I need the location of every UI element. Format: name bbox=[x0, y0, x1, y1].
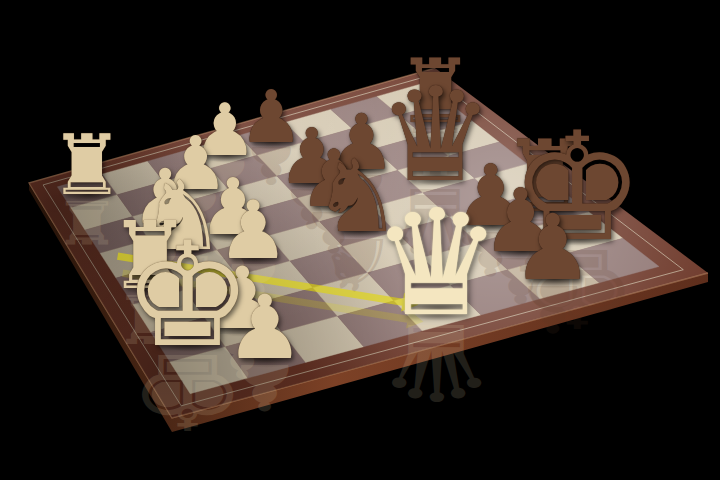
piece-white-rook-a1[interactable]: ♜ bbox=[50, 124, 125, 207]
piece-white-queen-h5[interactable]: ♛ bbox=[371, 190, 502, 337]
pieces-layer: ♜♟♟♟♛♟♟♜♟♜♟♟♞♟♚♞♟♟♟♜♛♟♚♟♜♟♟♟♛♟♟♜♟♜♟♟♞♟♚♞… bbox=[0, 0, 720, 480]
piece-white-pawn-h2[interactable]: ♟ bbox=[225, 284, 304, 372]
piece-black-pawn-h7[interactable]: ♟ bbox=[512, 204, 593, 295]
chessboard-scene: ♜♟♟♟♛♟♟♜♟♜♟♟♞♟♚♞♟♟♟♜♛♟♚♟♜♟♟♟♛♟♟♜♟♜♟♟♞♟♚♞… bbox=[0, 0, 720, 480]
